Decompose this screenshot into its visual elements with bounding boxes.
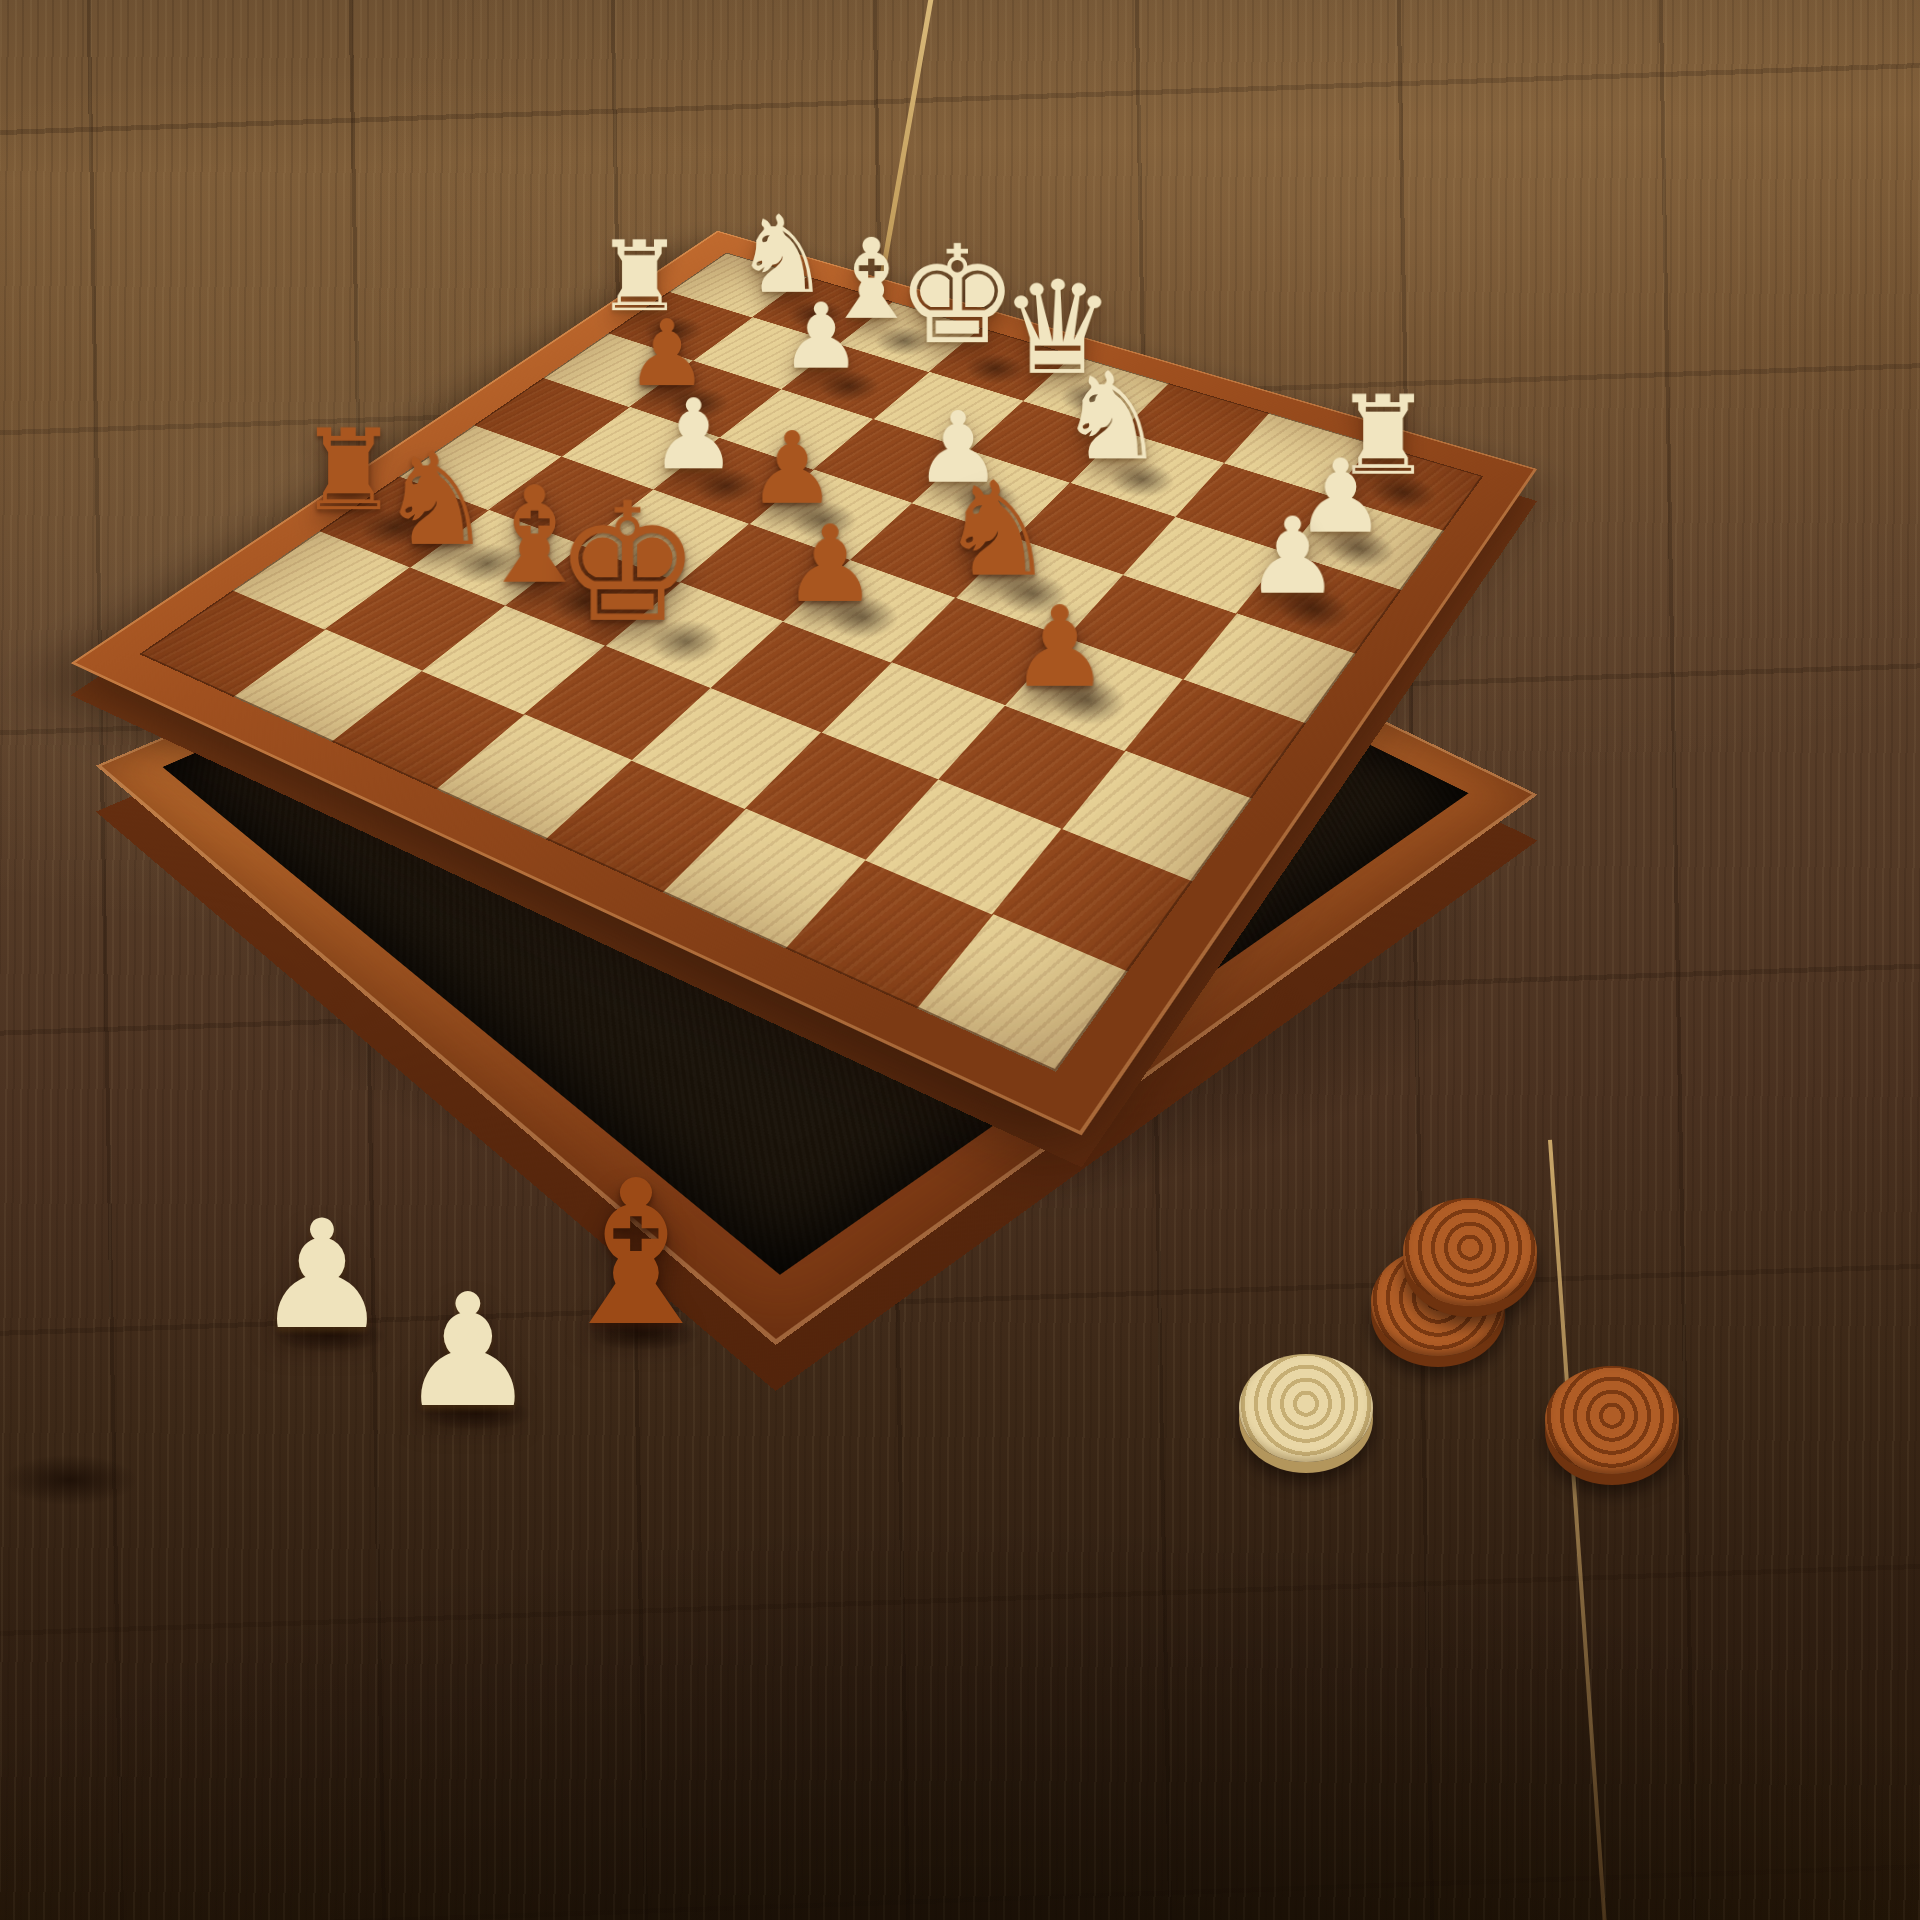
floor-white-pawn[interactable]: ♟ xyxy=(255,1200,389,1350)
cream-checker[interactable] xyxy=(1239,1354,1373,1462)
brown-checker[interactable] xyxy=(1403,1198,1537,1306)
loose-pieces-area: ♟♟♝ xyxy=(0,0,1920,1920)
floor-black-bishop[interactable]: ♝ xyxy=(546,1154,725,1354)
product-photo-scene: ♛ ♞♝♚♛♜♜♟♞♟♟♟♟♟♟♞♟♟♜♞♝♚ ♟♟♝ xyxy=(0,0,1920,1920)
brown-checker[interactable] xyxy=(1545,1366,1679,1474)
floor-white-pawn[interactable]: ♟ xyxy=(398,1273,538,1429)
